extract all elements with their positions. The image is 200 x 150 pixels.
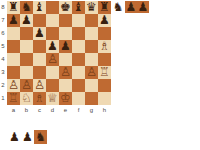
square-e2[interactable] xyxy=(59,79,72,92)
white-pawn-piece[interactable]: ♙ xyxy=(47,53,58,66)
square-b7[interactable]: ♟ xyxy=(20,14,33,27)
square-f4[interactable] xyxy=(72,53,85,66)
white-pawn-piece[interactable]: ♙ xyxy=(34,79,45,92)
square-c6[interactable]: ♟ xyxy=(33,27,46,40)
black-pawn-piece[interactable]: ♟ xyxy=(99,14,110,27)
square-f8[interactable]: ♝ xyxy=(72,1,85,14)
captured-pawn[interactable]: ♟ xyxy=(21,130,34,144)
square-a3[interactable] xyxy=(7,66,20,79)
square-a4[interactable] xyxy=(7,53,20,66)
square-f5[interactable] xyxy=(72,40,85,53)
white-pawn-piece[interactable]: ♙ xyxy=(21,79,32,92)
square-c3[interactable] xyxy=(33,66,46,79)
square-e6[interactable] xyxy=(59,27,72,40)
square-a1[interactable]: ♖ xyxy=(7,92,20,105)
white-rook-piece[interactable]: ♖ xyxy=(99,66,110,79)
rank-label-8: 8 xyxy=(0,1,6,14)
black-pawn-piece[interactable]: ♟ xyxy=(34,27,45,40)
square-a8[interactable]: ♜ xyxy=(7,1,20,14)
square-d8[interactable] xyxy=(46,1,59,14)
square-h1[interactable] xyxy=(98,92,111,105)
square-c2[interactable]: ♙ xyxy=(33,79,46,92)
square-b5[interactable] xyxy=(20,40,33,53)
square-h4[interactable] xyxy=(98,53,111,66)
rank-labels: 87654321 xyxy=(0,1,6,105)
square-g3[interactable]: ♙ xyxy=(85,66,98,79)
white-king-piece[interactable]: ♔ xyxy=(60,92,71,105)
captured-pawn[interactable]: ♟ xyxy=(8,130,21,144)
black-pawn-piece[interactable]: ♟ xyxy=(47,40,58,53)
square-e3[interactable]: ♙ xyxy=(59,66,72,79)
captured-pawn[interactable]: ♟ xyxy=(125,1,137,13)
chess-board[interactable]: ♜♞♝♚♝♛♜♟♟♟♟♟♟♗♙♙♙♖♙♙♙♖♘♗♕♔ xyxy=(7,1,111,105)
rank-label-1: 1 xyxy=(0,92,6,105)
captured-pawn-icon: ♟ xyxy=(22,131,33,144)
rank-label-2: 2 xyxy=(0,79,6,92)
square-d1[interactable]: ♕ xyxy=(46,92,59,105)
captured-knight-icon: ♞ xyxy=(35,131,46,144)
square-a5[interactable] xyxy=(7,40,20,53)
square-d2[interactable] xyxy=(46,79,59,92)
square-e4[interactable] xyxy=(59,53,72,66)
square-d7[interactable] xyxy=(46,14,59,27)
captured-pawn-icon: ♟ xyxy=(138,1,149,13)
square-e7[interactable] xyxy=(59,14,72,27)
file-label-h: h xyxy=(98,106,111,114)
square-f1[interactable] xyxy=(72,92,85,105)
square-a7[interactable]: ♟ xyxy=(7,14,20,27)
square-e8[interactable]: ♚ xyxy=(59,1,72,14)
white-queen-piece[interactable]: ♕ xyxy=(47,92,58,105)
white-pawn-piece[interactable]: ♙ xyxy=(60,66,71,79)
rank-label-3: 3 xyxy=(0,66,6,79)
rank-label-6: 6 xyxy=(0,27,6,40)
square-h7[interactable]: ♟ xyxy=(98,14,111,27)
square-g8[interactable]: ♛ xyxy=(85,1,98,14)
black-rook-piece[interactable]: ♜ xyxy=(8,1,19,14)
square-c5[interactable] xyxy=(33,40,46,53)
square-h5[interactable]: ♗ xyxy=(98,40,111,53)
captured-knight[interactable]: ♞ xyxy=(112,1,124,13)
file-label-d: d xyxy=(46,106,59,114)
file-label-b: b xyxy=(20,106,33,114)
file-label-e: e xyxy=(59,106,72,114)
black-knight-piece[interactable]: ♞ xyxy=(21,1,32,14)
chess-game-screen: 87654321 ♜♞♝♚♝♛♜♟♟♟♟♟♟♗♙♙♙♖♙♙♙♖♘♗♕♔ abcd… xyxy=(0,0,200,150)
rank-label-5: 5 xyxy=(0,40,6,53)
square-c8[interactable]: ♝ xyxy=(33,1,46,14)
square-h8[interactable]: ♜ xyxy=(98,1,111,14)
square-g6[interactable] xyxy=(85,27,98,40)
square-b6[interactable] xyxy=(20,27,33,40)
square-a2[interactable]: ♙ xyxy=(7,79,20,92)
black-queen-piece[interactable]: ♛ xyxy=(86,1,97,14)
square-b4[interactable] xyxy=(20,53,33,66)
square-c7[interactable] xyxy=(33,14,46,27)
white-bishop-piece[interactable]: ♗ xyxy=(99,40,110,53)
square-f6[interactable] xyxy=(72,27,85,40)
square-h6[interactable] xyxy=(98,27,111,40)
captured-knight[interactable]: ♞ xyxy=(34,130,47,144)
square-d5[interactable]: ♟ xyxy=(46,40,59,53)
black-bishop-piece[interactable]: ♝ xyxy=(73,1,84,14)
square-h3[interactable]: ♖ xyxy=(98,66,111,79)
square-g1[interactable] xyxy=(85,92,98,105)
white-pawn-piece[interactable]: ♙ xyxy=(86,66,97,79)
square-a6[interactable] xyxy=(7,27,20,40)
file-labels: abcdefgh xyxy=(7,106,111,114)
square-b8[interactable]: ♞ xyxy=(20,1,33,14)
square-g7[interactable] xyxy=(85,14,98,27)
black-king-piece[interactable]: ♚ xyxy=(60,1,71,14)
square-f3[interactable] xyxy=(72,66,85,79)
white-pawn-piece[interactable]: ♙ xyxy=(8,79,19,92)
black-pawn-piece[interactable]: ♟ xyxy=(8,14,19,27)
square-g4[interactable] xyxy=(85,53,98,66)
square-f2[interactable] xyxy=(72,79,85,92)
rank-label-7: 7 xyxy=(0,14,6,27)
white-bishop-piece[interactable]: ♗ xyxy=(34,92,45,105)
square-g5[interactable] xyxy=(85,40,98,53)
square-d4[interactable]: ♙ xyxy=(46,53,59,66)
captured-pawn[interactable]: ♟ xyxy=(137,1,149,13)
captured-knight-icon: ♞ xyxy=(113,1,124,13)
captured-pawn-icon: ♟ xyxy=(9,131,20,144)
black-pawn-piece[interactable]: ♟ xyxy=(21,14,32,27)
file-label-f: f xyxy=(72,106,85,114)
captured-pawn-icon: ♟ xyxy=(126,1,137,13)
file-label-c: c xyxy=(33,106,46,114)
black-pawn-piece[interactable]: ♟ xyxy=(60,40,71,53)
square-h2[interactable] xyxy=(98,79,111,92)
square-c1[interactable]: ♗ xyxy=(33,92,46,105)
square-c4[interactable] xyxy=(33,53,46,66)
square-d3[interactable] xyxy=(46,66,59,79)
white-rook-piece[interactable]: ♖ xyxy=(8,92,19,105)
white-knight-piece[interactable]: ♘ xyxy=(21,92,32,105)
square-e5[interactable]: ♟ xyxy=(59,40,72,53)
square-d6[interactable] xyxy=(46,27,59,40)
square-e1[interactable]: ♔ xyxy=(59,92,72,105)
file-label-a: a xyxy=(7,106,20,114)
square-b1[interactable]: ♘ xyxy=(20,92,33,105)
square-b3[interactable] xyxy=(20,66,33,79)
square-b2[interactable]: ♙ xyxy=(20,79,33,92)
square-f7[interactable] xyxy=(72,14,85,27)
black-bishop-piece[interactable]: ♝ xyxy=(34,1,45,14)
rank-label-4: 4 xyxy=(0,53,6,66)
file-label-g: g xyxy=(85,106,98,114)
square-g2[interactable] xyxy=(85,79,98,92)
black-rook-piece[interactable]: ♜ xyxy=(99,1,110,14)
